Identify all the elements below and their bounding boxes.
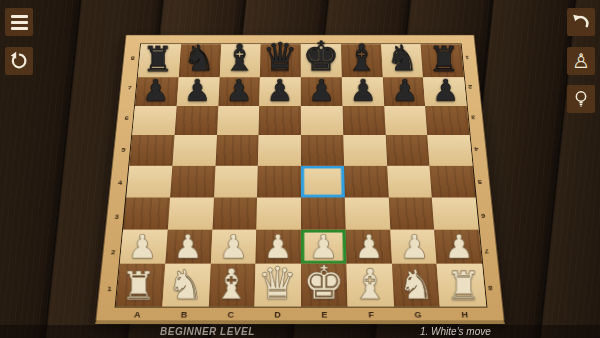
square-c1[interactable]: ♝ xyxy=(208,264,255,307)
square-a7[interactable]: ♟ xyxy=(135,77,179,105)
square-a2[interactable]: ♟ xyxy=(120,230,168,264)
file-label-F: F xyxy=(348,307,395,323)
level-label: BEGINNER LEVEL xyxy=(160,325,255,338)
square-d7[interactable]: ♟ xyxy=(259,77,300,105)
piece-black-pawn: ♟ xyxy=(225,75,252,105)
square-d4[interactable] xyxy=(257,166,301,198)
file-label-B: B xyxy=(160,307,208,323)
piece-black-pawn: ♟ xyxy=(142,75,169,105)
square-f6[interactable] xyxy=(342,106,385,135)
square-f7[interactable]: ♟ xyxy=(342,77,384,105)
piece-white-knight: ♞ xyxy=(167,265,203,306)
square-g7[interactable]: ♟ xyxy=(382,77,425,105)
undo-move-button[interactable] xyxy=(567,8,595,36)
square-b6[interactable] xyxy=(174,106,218,135)
piece-black-pawn: ♟ xyxy=(308,75,335,105)
board-frame: 87654321 87654321 ♜♞♝♛♚♝♞♜♟♟♟♟♟♟♟♟♟♟♟♟♟♟… xyxy=(95,35,505,324)
square-b2[interactable]: ♟ xyxy=(165,230,212,264)
hamburger-icon xyxy=(11,15,28,18)
square-a1[interactable]: ♜ xyxy=(116,264,165,307)
square-d1[interactable]: ♛ xyxy=(255,264,301,307)
square-b7[interactable]: ♟ xyxy=(176,77,219,105)
square-h6[interactable] xyxy=(425,106,469,135)
square-c4[interactable] xyxy=(214,166,258,198)
square-c5[interactable] xyxy=(215,135,259,165)
file-label-E: E xyxy=(301,307,348,323)
square-h4[interactable] xyxy=(430,166,476,198)
piece-white-pawn: ♟ xyxy=(445,230,475,263)
square-e4[interactable] xyxy=(301,166,345,198)
piece-white-pawn: ♟ xyxy=(173,230,203,263)
square-b1[interactable]: ♞ xyxy=(162,264,210,307)
lightbulb-icon xyxy=(571,89,591,109)
piece-black-pawn: ♟ xyxy=(432,75,459,105)
app-window: ♙ 87654321 87654321 ♜♞♝♛♚♝♞♜♟♟♟♟♟♟♟♟♟♟♟♟… xyxy=(0,0,600,338)
piece-white-queen: ♛ xyxy=(258,261,298,306)
file-label-D: D xyxy=(254,307,301,323)
piece-black-king: ♚ xyxy=(303,36,340,77)
square-e6[interactable] xyxy=(301,106,343,135)
square-b3[interactable] xyxy=(168,197,214,230)
square-b5[interactable] xyxy=(172,135,216,165)
square-h2[interactable]: ♟ xyxy=(434,230,482,264)
square-f3[interactable] xyxy=(345,197,390,230)
file-labels: ABCDEFGH xyxy=(113,307,489,323)
rotate-board-button[interactable] xyxy=(5,47,33,75)
square-c7[interactable]: ♟ xyxy=(218,77,260,105)
piece-black-rook: ♜ xyxy=(428,42,459,77)
square-a5[interactable] xyxy=(129,135,174,165)
piece-black-queen: ♛ xyxy=(263,37,298,76)
file-label-G: G xyxy=(394,307,442,323)
piece-white-bishop: ♝ xyxy=(352,264,389,306)
file-label-A: A xyxy=(113,307,161,323)
square-e1[interactable]: ♚ xyxy=(301,264,347,307)
piece-white-rook: ♜ xyxy=(121,266,157,306)
square-f4[interactable] xyxy=(344,166,388,198)
piece-black-rook: ♜ xyxy=(143,42,174,77)
piece-white-pawn: ♟ xyxy=(128,230,158,263)
square-f1[interactable]: ♝ xyxy=(346,264,393,307)
square-f2[interactable]: ♟ xyxy=(345,230,391,264)
square-g2[interactable]: ♟ xyxy=(390,230,437,264)
player-mode-button[interactable]: ♙ xyxy=(567,47,595,75)
piece-white-pawn: ♟ xyxy=(218,230,248,263)
square-b4[interactable] xyxy=(170,166,215,198)
square-g1[interactable]: ♞ xyxy=(392,264,440,307)
square-c2[interactable]: ♟ xyxy=(210,230,256,264)
square-a6[interactable] xyxy=(132,106,176,135)
square-g4[interactable] xyxy=(387,166,432,198)
piece-white-rook: ♜ xyxy=(445,266,481,306)
piece-black-pawn: ♟ xyxy=(350,75,377,105)
chess-board: 87654321 87654321 ♜♞♝♛♚♝♞♜♟♟♟♟♟♟♟♟♟♟♟♟♟♟… xyxy=(95,0,505,324)
file-label-C: C xyxy=(207,307,254,323)
rank-label-2: 2 xyxy=(464,72,478,102)
square-h3[interactable] xyxy=(432,197,479,230)
piece-white-bishop: ♝ xyxy=(213,264,250,306)
square-e7[interactable]: ♟ xyxy=(301,77,342,105)
square-c6[interactable] xyxy=(217,106,260,135)
piece-white-pawn: ♟ xyxy=(354,230,384,263)
square-g3[interactable] xyxy=(388,197,434,230)
piece-black-bishop: ♝ xyxy=(223,40,256,77)
square-h5[interactable] xyxy=(427,135,472,165)
square-e5[interactable] xyxy=(301,135,344,165)
piece-black-pawn: ♟ xyxy=(184,75,211,105)
square-g6[interactable] xyxy=(384,106,428,135)
rotate-ccw-icon xyxy=(9,51,29,71)
piece-black-bishop: ♝ xyxy=(346,40,379,77)
piece-black-pawn: ♟ xyxy=(267,75,294,105)
square-g5[interactable] xyxy=(385,135,429,165)
square-d3[interactable] xyxy=(256,197,300,230)
piece-white-knight: ♞ xyxy=(399,265,435,306)
square-h1[interactable]: ♜ xyxy=(437,264,486,307)
square-h7[interactable]: ♟ xyxy=(423,77,467,105)
undo-arrow-icon xyxy=(571,12,591,32)
status-bar: BEGINNER LEVEL 1. White's move xyxy=(0,325,600,338)
piece-black-knight: ♞ xyxy=(387,41,419,77)
square-f5[interactable] xyxy=(343,135,387,165)
menu-button[interactable] xyxy=(5,8,33,36)
piece-white-king: ♚ xyxy=(303,259,345,306)
square-e3[interactable] xyxy=(301,197,345,230)
pawn-outline-icon: ♙ xyxy=(572,51,590,71)
square-a3[interactable] xyxy=(123,197,170,230)
square-a4[interactable] xyxy=(126,166,172,198)
board-grid: ♜♞♝♛♚♝♞♜♟♟♟♟♟♟♟♟♟♟♟♟♟♟♟♟♜♞♝♛♚♝♞♜ xyxy=(115,43,488,307)
hint-button[interactable] xyxy=(567,85,595,113)
square-d6[interactable] xyxy=(259,106,301,135)
piece-black-knight: ♞ xyxy=(183,41,215,77)
square-c3[interactable] xyxy=(212,197,257,230)
move-indicator: 1. White's move xyxy=(420,325,491,338)
piece-white-pawn: ♟ xyxy=(399,230,429,263)
square-d5[interactable] xyxy=(258,135,301,165)
piece-black-pawn: ♟ xyxy=(391,75,418,105)
file-label-H: H xyxy=(441,307,489,323)
